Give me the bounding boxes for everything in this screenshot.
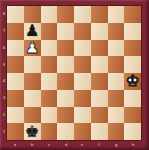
file-label-f: f — [98, 143, 99, 147]
square-d3[interactable] — [57, 90, 74, 107]
square-g1[interactable] — [108, 123, 125, 140]
rank-label-3: 3 — [2, 96, 5, 100]
square-e6[interactable] — [74, 40, 91, 57]
square-h5[interactable] — [124, 56, 141, 73]
square-g4[interactable] — [108, 73, 125, 90]
square-d6[interactable] — [57, 40, 74, 57]
square-c2[interactable] — [41, 107, 58, 124]
square-b4[interactable] — [24, 73, 41, 90]
square-d4[interactable] — [57, 73, 74, 90]
rank-label-4: 4 — [2, 79, 5, 83]
square-f5[interactable] — [91, 56, 108, 73]
square-g6[interactable] — [108, 40, 125, 57]
chess-board: ♟♟♚♚ — [7, 6, 141, 140]
rank-label-5: 5 — [2, 63, 5, 67]
file-label-h: h — [131, 143, 134, 147]
square-b8[interactable] — [24, 6, 41, 23]
square-f1[interactable] — [91, 123, 108, 140]
black-king-icon[interactable]: ♚ — [25, 123, 39, 139]
square-g2[interactable] — [108, 107, 125, 124]
square-e5[interactable] — [74, 56, 91, 73]
square-a2[interactable] — [7, 107, 24, 124]
square-c7[interactable] — [41, 23, 58, 40]
square-h7[interactable] — [124, 23, 141, 40]
square-d7[interactable] — [57, 23, 74, 40]
square-g5[interactable] — [108, 56, 125, 73]
file-label-e: e — [81, 143, 84, 147]
square-f8[interactable] — [91, 6, 108, 23]
square-a5[interactable] — [7, 56, 24, 73]
square-f3[interactable] — [91, 90, 108, 107]
square-g8[interactable] — [108, 6, 125, 23]
square-b6[interactable]: ♟ — [24, 40, 41, 57]
square-e8[interactable] — [74, 6, 91, 23]
square-a8[interactable] — [7, 6, 24, 23]
square-d1[interactable] — [57, 123, 74, 140]
square-h2[interactable] — [124, 107, 141, 124]
square-a4[interactable] — [7, 73, 24, 90]
square-b3[interactable] — [24, 90, 41, 107]
square-g3[interactable] — [108, 90, 125, 107]
square-h8[interactable] — [124, 6, 141, 23]
square-h4[interactable]: ♚ — [124, 73, 141, 90]
black-pawn-icon[interactable]: ♟ — [25, 23, 39, 39]
white-pawn-icon[interactable]: ♟ — [25, 40, 39, 56]
square-h3[interactable] — [124, 90, 141, 107]
square-a1[interactable] — [7, 123, 24, 140]
square-c3[interactable] — [41, 90, 58, 107]
square-g7[interactable] — [108, 23, 125, 40]
file-label-b: b — [31, 143, 34, 147]
square-h6[interactable] — [124, 40, 141, 57]
square-a6[interactable] — [7, 40, 24, 57]
square-b7[interactable]: ♟ — [24, 23, 41, 40]
square-c4[interactable] — [41, 73, 58, 90]
file-label-d: d — [64, 143, 67, 147]
rank-label-7: 7 — [2, 29, 5, 33]
white-king-icon[interactable]: ♚ — [125, 73, 139, 89]
rank-label-1: 1 — [2, 130, 5, 134]
square-c8[interactable] — [41, 6, 58, 23]
rank-label-8: 8 — [2, 12, 5, 16]
file-label-c: c — [48, 143, 50, 147]
square-e1[interactable] — [74, 123, 91, 140]
square-h1[interactable] — [124, 123, 141, 140]
square-f6[interactable] — [91, 40, 108, 57]
rank-label-6: 6 — [2, 46, 5, 50]
square-c6[interactable] — [41, 40, 58, 57]
square-f4[interactable] — [91, 73, 108, 90]
square-d2[interactable] — [57, 107, 74, 124]
square-e2[interactable] — [74, 107, 91, 124]
square-b1[interactable]: ♚ — [24, 123, 41, 140]
square-e4[interactable] — [74, 73, 91, 90]
file-label-a: a — [14, 143, 17, 147]
square-b5[interactable] — [24, 56, 41, 73]
rank-label-2: 2 — [2, 113, 5, 117]
square-c5[interactable] — [41, 56, 58, 73]
square-d8[interactable] — [57, 6, 74, 23]
square-a3[interactable] — [7, 90, 24, 107]
square-e7[interactable] — [74, 23, 91, 40]
square-d5[interactable] — [57, 56, 74, 73]
square-e3[interactable] — [74, 90, 91, 107]
square-a7[interactable] — [7, 23, 24, 40]
square-f2[interactable] — [91, 107, 108, 124]
square-c1[interactable] — [41, 123, 58, 140]
square-b2[interactable] — [24, 107, 41, 124]
chess-board-frame: ♟♟♚♚ 87654321abcdefgh — [0, 0, 149, 150]
square-f7[interactable] — [91, 23, 108, 40]
file-label-g: g — [115, 143, 118, 147]
